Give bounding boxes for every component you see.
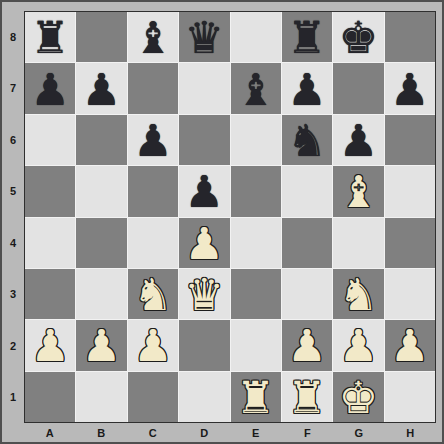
square-h1[interactable] [385,372,435,422]
file-label-b: B [76,423,128,442]
piece-white-pawn-d4[interactable]: ♟ [185,222,224,266]
square-e8[interactable] [231,12,281,62]
square-c2[interactable]: ♟ [128,320,178,370]
square-a1[interactable] [25,372,75,422]
square-f4[interactable] [282,218,332,268]
piece-black-pawn-g6[interactable]: ♟ [339,119,378,163]
square-f2[interactable]: ♟ [282,320,332,370]
piece-white-pawn-b2[interactable]: ♟ [82,324,121,368]
piece-white-knight-c3[interactable]: ♞ [133,273,172,317]
square-d6[interactable] [179,115,229,165]
piece-black-rook-f8[interactable]: ♜ [287,16,326,60]
square-f1[interactable]: ♜ [282,372,332,422]
piece-white-rook-f1[interactable]: ♜ [287,376,326,420]
square-d7[interactable] [179,63,229,113]
piece-black-pawn-f7[interactable]: ♟ [287,68,326,112]
piece-black-pawn-a7[interactable]: ♟ [30,68,69,112]
square-g7[interactable] [333,63,383,113]
square-a3[interactable] [25,269,75,319]
rank-label-8: 8 [2,11,24,63]
square-a4[interactable] [25,218,75,268]
square-b5[interactable] [76,166,126,216]
piece-white-pawn-h2[interactable]: ♟ [390,324,429,368]
square-b3[interactable] [76,269,126,319]
piece-black-queen-d8[interactable]: ♛ [185,16,224,60]
square-d3[interactable]: ♛ [179,269,229,319]
square-g2[interactable]: ♟ [333,320,383,370]
square-b8[interactable] [76,12,126,62]
square-f7[interactable]: ♟ [282,63,332,113]
square-a7[interactable]: ♟ [25,63,75,113]
piece-black-pawn-c6[interactable]: ♟ [133,119,172,163]
square-a8[interactable]: ♜ [25,12,75,62]
square-g1[interactable]: ♚ [333,372,383,422]
file-labels: ABCDEFGH [24,423,436,442]
chess-diagram: 87654321 ♜♝♛♜♚♟♟♝♟♟♟♞♟♟♝♟♞♛♞♟♟♟♟♟♟♜♜♚ AB… [0,0,444,444]
square-e7[interactable]: ♝ [231,63,281,113]
piece-white-knight-g3[interactable]: ♞ [339,273,378,317]
square-d4[interactable]: ♟ [179,218,229,268]
piece-black-rook-a8[interactable]: ♜ [30,16,69,60]
square-b2[interactable]: ♟ [76,320,126,370]
square-d8[interactable]: ♛ [179,12,229,62]
square-e2[interactable] [231,320,281,370]
rank-label-7: 7 [2,63,24,115]
piece-white-queen-d3[interactable]: ♛ [185,273,224,317]
piece-black-pawn-d5[interactable]: ♟ [185,170,224,214]
piece-white-pawn-f2[interactable]: ♟ [287,324,326,368]
square-c8[interactable]: ♝ [128,12,178,62]
file-label-h: H [385,423,437,442]
square-h2[interactable]: ♟ [385,320,435,370]
square-d5[interactable]: ♟ [179,166,229,216]
square-e1[interactable]: ♜ [231,372,281,422]
rank-label-2: 2 [2,320,24,372]
piece-black-pawn-h7[interactable]: ♟ [390,68,429,112]
square-c5[interactable] [128,166,178,216]
square-f8[interactable]: ♜ [282,12,332,62]
piece-white-pawn-g2[interactable]: ♟ [339,324,378,368]
piece-black-king-g8[interactable]: ♚ [339,16,378,60]
square-h3[interactable] [385,269,435,319]
square-e4[interactable] [231,218,281,268]
rank-label-3: 3 [2,269,24,321]
piece-white-pawn-a2[interactable]: ♟ [30,324,69,368]
piece-black-bishop-e7[interactable]: ♝ [236,68,275,112]
file-label-g: G [333,423,385,442]
square-b7[interactable]: ♟ [76,63,126,113]
square-e3[interactable] [231,269,281,319]
square-f5[interactable] [282,166,332,216]
square-c7[interactable] [128,63,178,113]
square-d1[interactable] [179,372,229,422]
square-h5[interactable] [385,166,435,216]
square-h8[interactable] [385,12,435,62]
piece-black-bishop-c8[interactable]: ♝ [133,16,172,60]
square-h6[interactable] [385,115,435,165]
file-label-f: F [282,423,334,442]
piece-white-bishop-g5[interactable]: ♝ [339,170,378,214]
square-b4[interactable] [76,218,126,268]
piece-black-knight-f6[interactable]: ♞ [287,119,326,163]
rank-label-1: 1 [2,372,24,424]
square-g5[interactable]: ♝ [333,166,383,216]
piece-white-pawn-c2[interactable]: ♟ [133,324,172,368]
piece-black-pawn-b7[interactable]: ♟ [82,68,121,112]
square-h7[interactable]: ♟ [385,63,435,113]
square-b1[interactable] [76,372,126,422]
square-d2[interactable] [179,320,229,370]
rank-label-4: 4 [2,217,24,269]
piece-white-rook-e1[interactable]: ♜ [236,376,275,420]
square-e6[interactable] [231,115,281,165]
file-label-c: C [127,423,179,442]
square-f3[interactable] [282,269,332,319]
square-a2[interactable]: ♟ [25,320,75,370]
piece-white-king-g1[interactable]: ♚ [339,376,378,420]
rank-labels: 87654321 [2,11,24,423]
square-g4[interactable] [333,218,383,268]
file-label-a: A [24,423,76,442]
square-b6[interactable] [76,115,126,165]
square-c4[interactable] [128,218,178,268]
square-c6[interactable]: ♟ [128,115,178,165]
chess-board: ♜♝♛♜♚♟♟♝♟♟♟♞♟♟♝♟♞♛♞♟♟♟♟♟♟♜♜♚ [24,11,436,423]
rank-label-5: 5 [2,166,24,218]
rank-label-6: 6 [2,114,24,166]
square-g3[interactable]: ♞ [333,269,383,319]
square-e5[interactable] [231,166,281,216]
square-g6[interactable]: ♟ [333,115,383,165]
square-g8[interactable]: ♚ [333,12,383,62]
square-a6[interactable] [25,115,75,165]
square-f6[interactable]: ♞ [282,115,332,165]
file-label-e: E [230,423,282,442]
square-a5[interactable] [25,166,75,216]
square-c3[interactable]: ♞ [128,269,178,319]
square-h4[interactable] [385,218,435,268]
square-c1[interactable] [128,372,178,422]
file-label-d: D [179,423,231,442]
